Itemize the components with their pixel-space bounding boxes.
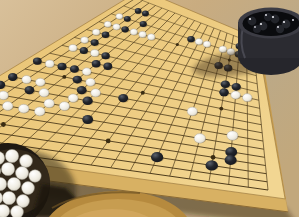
white-stone[interactable] [18, 104, 29, 113]
white-stone[interactable] [34, 107, 45, 116]
white-stone[interactable] [82, 68, 91, 76]
black-stone[interactable] [124, 16, 131, 22]
white-stone[interactable] [92, 29, 100, 35]
white-stone[interactable] [139, 31, 147, 37]
white-stone[interactable] [147, 34, 155, 40]
star-point [62, 75, 66, 79]
white-stone[interactable] [219, 46, 227, 53]
white-stone[interactable] [242, 94, 252, 102]
black-stone[interactable] [80, 47, 88, 54]
black-stone[interactable] [70, 65, 79, 73]
white-stone[interactable] [203, 41, 211, 47]
black-stone[interactable] [103, 63, 112, 70]
black-stone[interactable] [8, 73, 17, 81]
black-stone[interactable] [58, 63, 67, 70]
black-stone[interactable] [82, 115, 93, 124]
white-stone[interactable] [45, 60, 54, 67]
go-scene [0, 0, 299, 217]
black-stone[interactable] [225, 155, 237, 165]
black-bowl [238, 8, 299, 76]
black-stone[interactable] [118, 94, 128, 102]
white-stone[interactable] [130, 29, 137, 35]
white-stone[interactable] [36, 78, 46, 86]
white-stone[interactable] [0, 91, 8, 100]
black-stone[interactable] [135, 8, 142, 14]
black-stone[interactable] [187, 36, 195, 42]
black-stone[interactable] [92, 60, 101, 67]
black-stone[interactable] [91, 39, 99, 46]
white-stone[interactable] [195, 38, 203, 44]
black-stone[interactable] [140, 21, 147, 27]
white-stone[interactable] [227, 131, 238, 140]
star-point [106, 139, 111, 144]
black-stone[interactable] [25, 86, 35, 94]
star-point [219, 107, 223, 111]
black-stone[interactable] [121, 26, 128, 32]
black-stone[interactable] [219, 88, 228, 96]
black-stone[interactable] [102, 32, 110, 38]
white-stone[interactable] [91, 50, 99, 57]
white-stone[interactable] [22, 76, 31, 84]
white-stone[interactable] [59, 102, 69, 111]
black-stone[interactable] [73, 76, 82, 84]
white-stone[interactable] [116, 13, 123, 19]
white-stone[interactable] [113, 24, 120, 30]
black-stone[interactable] [77, 86, 87, 94]
black-stone[interactable] [221, 80, 230, 88]
black-stone[interactable] [142, 11, 149, 17]
black-stone[interactable] [33, 57, 42, 64]
screenshot-frame [0, 0, 299, 217]
white-stone[interactable] [2, 102, 13, 111]
white-stone[interactable] [194, 134, 205, 144]
white-stone[interactable] [69, 45, 77, 52]
star-point [1, 122, 6, 127]
white-stone[interactable] [81, 37, 89, 44]
white-stone[interactable] [91, 89, 101, 97]
white-stone[interactable] [187, 107, 197, 116]
white-stone[interactable] [44, 99, 54, 108]
white-stone[interactable] [68, 94, 78, 102]
star-point [176, 43, 179, 46]
black-stone[interactable] [232, 83, 241, 91]
black-stone[interactable] [206, 160, 218, 170]
star-point [141, 91, 145, 95]
white-stone[interactable] [231, 91, 241, 99]
black-stone[interactable] [101, 52, 109, 59]
star-point [211, 155, 216, 160]
black-stone[interactable] [151, 152, 163, 162]
black-stone[interactable] [83, 97, 93, 106]
white-stone[interactable] [39, 89, 49, 97]
white-stone[interactable] [86, 78, 95, 86]
white-stone[interactable] [104, 21, 111, 27]
